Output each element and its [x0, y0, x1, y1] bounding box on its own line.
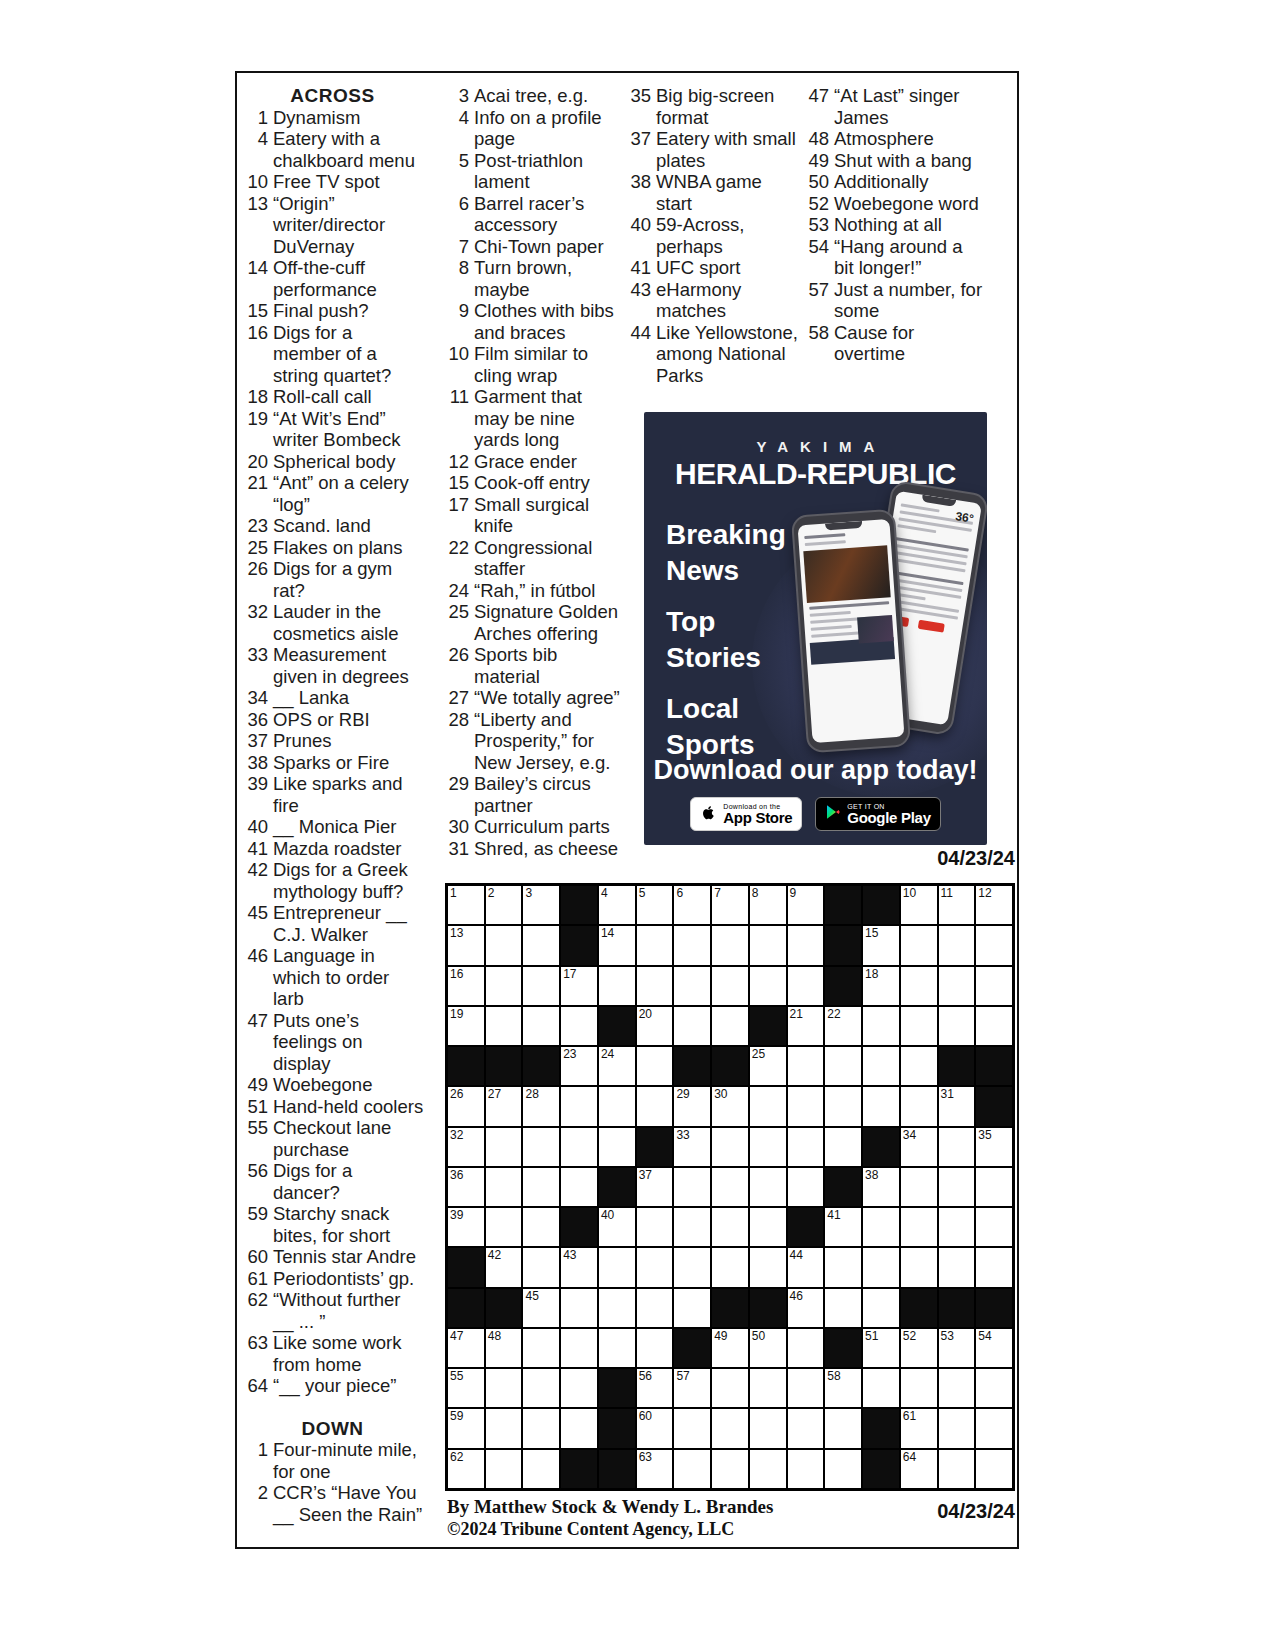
clue-number: 54 — [802, 236, 834, 279]
clue-number: 15 — [241, 300, 273, 322]
grid-cell-r2c5[interactable]: 14 — [599, 926, 635, 964]
grid-cell-r9c8[interactable] — [712, 1208, 748, 1246]
grid-cell-r14c2[interactable] — [486, 1409, 522, 1447]
grid-cell-r15c14[interactable] — [939, 1450, 975, 1488]
grid-cell-r10c5[interactable] — [599, 1248, 635, 1286]
grid-cell-r11c11[interactable] — [825, 1289, 861, 1327]
grid-cell-r14c15[interactable] — [976, 1409, 1012, 1447]
store-badges: Download on the App Store GET IT ON — [644, 797, 987, 831]
clue-down-47: 47“At Last” singer James — [802, 85, 985, 128]
grid-cell-r8c6[interactable]: 37 — [637, 1168, 673, 1206]
grid-cell-r13c11[interactable]: 58 — [825, 1369, 861, 1407]
grid-cell-r6c4[interactable] — [561, 1087, 597, 1125]
grid-cell-r4c15[interactable] — [976, 1007, 1012, 1045]
grid-cell-r9c3[interactable] — [523, 1208, 559, 1246]
grid-cell-r14c1[interactable]: 59 — [448, 1409, 484, 1447]
app-promo-ad[interactable]: YAKIMA HERALD-REPUBLIC 36° — [644, 412, 987, 845]
clue-text: Eatery with small plates — [656, 128, 802, 171]
grid-cell-r3c2[interactable] — [486, 967, 522, 1005]
grid-cell-r3c3[interactable] — [523, 967, 559, 1005]
grid-cell-r9c11[interactable]: 41 — [825, 1208, 861, 1246]
grid-cell-r4c5-black — [599, 1007, 635, 1045]
clue-number: 47 — [802, 85, 834, 128]
cell-number-52: 52 — [903, 1330, 916, 1343]
grid-cell-r15c3[interactable] — [523, 1450, 559, 1488]
grid-cell-r4c1[interactable]: 19 — [448, 1007, 484, 1045]
clue-number: 10 — [442, 343, 474, 386]
clue-number: 64 — [241, 1375, 273, 1397]
clue-across-16: 16Digs for a member of a string quartet? — [241, 322, 424, 387]
grid-cell-r1c15[interactable]: 12 — [976, 886, 1012, 924]
grid-cell-r7c1[interactable]: 32 — [448, 1128, 484, 1166]
grid-cell-r3c4[interactable]: 17 — [561, 967, 597, 1005]
grid-cell-r14c10[interactable] — [788, 1409, 824, 1447]
grid-cell-r6c2[interactable]: 27 — [486, 1087, 522, 1125]
grid-cell-r14c9[interactable] — [750, 1409, 786, 1447]
grid-cell-r11c3[interactable]: 45 — [523, 1289, 559, 1327]
google-play-badge[interactable]: GET IT ON Google Play — [815, 797, 940, 831]
grid-cell-r8c1[interactable]: 36 — [448, 1168, 484, 1206]
clue-across-37: 37Prunes — [241, 730, 424, 752]
grid-cell-r9c1[interactable]: 39 — [448, 1208, 484, 1246]
cell-number-27: 27 — [488, 1088, 501, 1101]
grid-cell-r2c2[interactable] — [486, 926, 522, 964]
grid-cell-r8c14[interactable] — [939, 1168, 975, 1206]
clue-text: Woebegone word — [834, 193, 985, 215]
grid-cell-r6c9[interactable] — [750, 1087, 786, 1125]
grid-cell-r1c2[interactable]: 2 — [486, 886, 522, 924]
grid-cell-r6c1[interactable]: 26 — [448, 1087, 484, 1125]
clue-number: 49 — [802, 150, 834, 172]
grid-cell-r9c13[interactable] — [901, 1208, 937, 1246]
grid-cell-r5c12[interactable] — [863, 1047, 899, 1085]
grid-cell-r7c7[interactable]: 33 — [674, 1128, 710, 1166]
grid-cell-r11c6[interactable] — [637, 1289, 673, 1327]
clue-text: Small surgical knife — [474, 494, 622, 537]
grid-cell-r9c12[interactable] — [863, 1208, 899, 1246]
grid-cell-r3c9[interactable] — [750, 967, 786, 1005]
clue-number: 50 — [802, 171, 834, 193]
grid-cell-r8c13[interactable] — [901, 1168, 937, 1206]
cell-number-21: 21 — [790, 1008, 803, 1021]
clue-across-59: 59Starchy snack bites, for short — [241, 1203, 424, 1246]
clue-column-2: 3Acai tree, e.g.4Info on a profile page5… — [442, 85, 622, 859]
grid-cell-r8c10[interactable] — [788, 1168, 824, 1206]
grid-cell-r10c9[interactable] — [750, 1248, 786, 1286]
grid-cell-r1c1[interactable]: 1 — [448, 886, 484, 924]
cell-number-3: 3 — [525, 887, 532, 900]
clue-across-26: 26Digs for a gym rat? — [241, 558, 424, 601]
clue-text: Congressional staffer — [474, 537, 622, 580]
grid-cell-r6c11[interactable] — [825, 1087, 861, 1125]
clue-number: 18 — [241, 386, 273, 408]
date-bottom: 04/23/24 — [815, 1500, 1015, 1523]
news-thumb-block — [857, 615, 894, 643]
grid-cell-r4c6[interactable]: 20 — [637, 1007, 673, 1045]
grid-cell-r7c4[interactable] — [561, 1128, 597, 1166]
clue-text: Roll-call call — [273, 386, 424, 408]
grid-cell-r15c10[interactable] — [788, 1450, 824, 1488]
clue-down-11: 11Garment that may be nine yards long — [442, 386, 622, 451]
grid-cell-r10c10[interactable]: 44 — [788, 1248, 824, 1286]
grid-cell-r8c9[interactable] — [750, 1168, 786, 1206]
clue-number: 16 — [241, 322, 273, 387]
grid-cell-r10c7[interactable] — [674, 1248, 710, 1286]
clue-text: Bailey’s circus partner — [474, 773, 622, 816]
grid-cell-r14c14[interactable] — [939, 1409, 975, 1447]
cell-number-60: 60 — [639, 1410, 652, 1423]
clue-text: Starchy snack bites, for short — [273, 1203, 424, 1246]
grid-cell-r13c4[interactable] — [561, 1369, 597, 1407]
clue-across-60: 60Tennis star Andre — [241, 1246, 424, 1268]
clue-text: Digs for a dancer? — [273, 1160, 424, 1203]
grid-cell-r1c8[interactable]: 7 — [712, 886, 748, 924]
grid-cell-r8c7[interactable] — [674, 1168, 710, 1206]
grid-cell-r15c2[interactable] — [486, 1450, 522, 1488]
clue-text: Turn brown, maybe — [474, 257, 622, 300]
phone-red-button — [918, 620, 945, 633]
grid-cell-r5c11[interactable] — [825, 1047, 861, 1085]
grid-cell-r9c6[interactable] — [637, 1208, 673, 1246]
clue-number: 25 — [442, 601, 474, 644]
grid-cell-r7c2[interactable] — [486, 1128, 522, 1166]
grid-cell-r10c1-black — [448, 1248, 484, 1286]
grid-cell-r7c11[interactable] — [825, 1128, 861, 1166]
grid-cell-r15c12-black — [863, 1450, 899, 1488]
grid-cell-r12c10[interactable] — [788, 1329, 824, 1367]
grid-cell-r13c1[interactable]: 55 — [448, 1369, 484, 1407]
grid-cell-r2c7[interactable] — [674, 926, 710, 964]
clue-across-63: 63Like some work from home — [241, 1332, 424, 1375]
grid-cell-r6c10[interactable] — [788, 1087, 824, 1125]
clue-number: 61 — [241, 1268, 273, 1290]
grid-cell-r10c12[interactable] — [863, 1248, 899, 1286]
grid-cell-r10c14[interactable] — [939, 1248, 975, 1286]
grid-cell-r13c7[interactable]: 57 — [674, 1369, 710, 1407]
cell-number-31: 31 — [941, 1088, 954, 1101]
clue-text: eHarmony matches — [656, 279, 802, 322]
grid-cell-r5c6[interactable] — [637, 1047, 673, 1085]
grid-cell-r8c8[interactable] — [712, 1168, 748, 1206]
grid-cell-r12c9[interactable]: 50 — [750, 1329, 786, 1367]
cell-number-55: 55 — [450, 1370, 463, 1383]
grid-cell-r11c4[interactable] — [561, 1289, 597, 1327]
grid-cell-r7c3[interactable] — [523, 1128, 559, 1166]
cell-number-22: 22 — [827, 1008, 840, 1021]
grid-cell-r6c7[interactable]: 29 — [674, 1087, 710, 1125]
grid-cell-r12c2[interactable]: 48 — [486, 1329, 522, 1367]
grid-cell-r2c12[interactable]: 15 — [863, 926, 899, 964]
clue-number: 29 — [442, 773, 474, 816]
grid-cell-r2c10[interactable] — [788, 926, 824, 964]
cell-number-8: 8 — [752, 887, 759, 900]
clue-across-36: 36OPS or RBI — [241, 709, 424, 731]
clue-across-33: 33Measurement given in degrees — [241, 644, 424, 687]
grid-cell-r10c8[interactable] — [712, 1248, 748, 1286]
clue-text: Like Yellowstone, among National Parks — [656, 322, 802, 387]
grid-cell-r12c6[interactable] — [637, 1329, 673, 1367]
grid-cell-r12c13[interactable]: 52 — [901, 1329, 937, 1367]
cell-number-34: 34 — [903, 1129, 916, 1142]
cell-number-49: 49 — [714, 1330, 727, 1343]
grid-cell-r2c13[interactable] — [901, 926, 937, 964]
clue-down-2: 2CCR’s “Have You __ Seen the Rain” — [241, 1482, 424, 1525]
grid-cell-r12c5[interactable] — [599, 1329, 635, 1367]
play-icon — [825, 804, 841, 824]
grid-cell-r1c3[interactable]: 3 — [523, 886, 559, 924]
grid-cell-r2c15[interactable] — [976, 926, 1012, 964]
ad-feature-list: Breaking News Top Stories Local Sports — [666, 517, 801, 778]
clue-text: Sports bib material — [474, 644, 622, 687]
clue-down-40: 4059-Across, perhaps — [624, 214, 802, 257]
grid-cell-r11c10[interactable]: 46 — [788, 1289, 824, 1327]
clue-number: 15 — [442, 472, 474, 494]
grid-cell-r15c6[interactable]: 63 — [637, 1450, 673, 1488]
grid-cell-r6c8[interactable]: 30 — [712, 1087, 748, 1125]
grid-cell-r14c8[interactable] — [712, 1409, 748, 1447]
grid-cell-r3c10[interactable] — [788, 967, 824, 1005]
grid-cell-r12c12[interactable]: 51 — [863, 1329, 899, 1367]
grid-cell-r2c1[interactable]: 13 — [448, 926, 484, 964]
cell-number-13: 13 — [450, 927, 463, 940]
grid-cell-r12c1[interactable]: 47 — [448, 1329, 484, 1367]
grid-cell-r3c15[interactable] — [976, 967, 1012, 1005]
grid-cell-r15c8[interactable] — [712, 1450, 748, 1488]
grid-cell-r11c12[interactable] — [863, 1289, 899, 1327]
grid-cell-r15c1[interactable]: 62 — [448, 1450, 484, 1488]
grid-cell-r12c4[interactable] — [561, 1329, 597, 1367]
grid-cell-r15c9[interactable] — [750, 1450, 786, 1488]
grid-cell-r9c5[interactable]: 40 — [599, 1208, 635, 1246]
clue-text: Sparks or Fire — [273, 752, 424, 774]
grid-cell-r4c2[interactable] — [486, 1007, 522, 1045]
grid-cell-r8c2[interactable] — [486, 1168, 522, 1206]
cell-number-10: 10 — [903, 887, 916, 900]
clue-column-4: 47“At Last” singer James48Atmosphere49Sh… — [802, 85, 985, 365]
grid-cell-r1c6[interactable]: 5 — [637, 886, 673, 924]
grid-cell-r10c4[interactable]: 43 — [561, 1248, 597, 1286]
clue-number: 5 — [442, 150, 474, 193]
grid-cell-r3c14[interactable] — [939, 967, 975, 1005]
grid-cell-r13c8[interactable] — [712, 1369, 748, 1407]
clue-text: “__ your piece” — [273, 1375, 424, 1397]
constructor-byline: By Matthew Stock & Wendy L. Brandes — [447, 1496, 773, 1518]
clue-text: Eatery with a chalkboard menu — [273, 128, 424, 171]
grid-cell-r1c7[interactable]: 6 — [674, 886, 710, 924]
grid-cell-r12c3[interactable] — [523, 1329, 559, 1367]
clue-number: 57 — [802, 279, 834, 322]
grid-cell-r13c13[interactable] — [901, 1369, 937, 1407]
cell-number-40: 40 — [601, 1209, 614, 1222]
app-store-badge[interactable]: Download on the App Store — [690, 797, 802, 831]
cell-number-37: 37 — [639, 1169, 652, 1182]
grid-cell-r2c3[interactable] — [523, 926, 559, 964]
grid-cell-r13c6[interactable]: 56 — [637, 1369, 673, 1407]
grid-cell-r8c15[interactable] — [976, 1168, 1012, 1206]
grid-cell-r14c4[interactable] — [561, 1409, 597, 1447]
grid-cell-r13c14[interactable] — [939, 1369, 975, 1407]
grid-cell-r15c15[interactable] — [976, 1450, 1012, 1488]
grid-cell-r7c14[interactable] — [939, 1128, 975, 1166]
grid-cell-r10c11[interactable] — [825, 1248, 861, 1286]
clue-text: “At Wit’s End” writer Bombeck — [273, 408, 424, 451]
phone-mockup-news — [793, 511, 909, 751]
grid-cell-r13c3[interactable] — [523, 1369, 559, 1407]
grid-cell-r3c13[interactable] — [901, 967, 937, 1005]
grid-cell-r2c9[interactable] — [750, 926, 786, 964]
grid-cell-r5c4[interactable]: 23 — [561, 1047, 597, 1085]
grid-cell-r3c5[interactable] — [599, 967, 635, 1005]
clue-text: Like sparks and fire — [273, 773, 424, 816]
clue-down-25: 25Signature Golden Arches offering — [442, 601, 622, 644]
clue-text: Just a number, for some — [834, 279, 985, 322]
grid-cell-r3c1[interactable]: 16 — [448, 967, 484, 1005]
grid-cell-r4c12[interactable] — [863, 1007, 899, 1045]
grid-cell-r6c14[interactable]: 31 — [939, 1087, 975, 1125]
clue-text: WNBA game start — [656, 171, 802, 214]
grid-cell-r13c12[interactable] — [863, 1369, 899, 1407]
grid-cell-r10c15[interactable] — [976, 1248, 1012, 1286]
grid-cell-r6c6[interactable] — [637, 1087, 673, 1125]
grid-cell-r3c6[interactable] — [637, 967, 673, 1005]
grid-cell-r6c13[interactable] — [901, 1087, 937, 1125]
grid-cell-r1c13[interactable]: 10 — [901, 886, 937, 924]
cell-number-45: 45 — [525, 1290, 538, 1303]
grid-cell-r3c8[interactable] — [712, 967, 748, 1005]
grid-cell-r1c10[interactable]: 9 — [788, 886, 824, 924]
ad-kicker: YAKIMA — [644, 438, 987, 455]
cell-number-24: 24 — [601, 1048, 614, 1061]
grid-cell-r2c8[interactable] — [712, 926, 748, 964]
grid-cell-r5c5[interactable]: 24 — [599, 1047, 635, 1085]
grid-cell-r5c15-black — [976, 1047, 1012, 1085]
cell-number-32: 32 — [450, 1129, 463, 1142]
cell-number-43: 43 — [563, 1249, 576, 1262]
clue-text: Signature Golden Arches offering — [474, 601, 622, 644]
grid-cell-r7c9[interactable] — [750, 1128, 786, 1166]
clue-down-10: 10Film similar to cling wrap — [442, 343, 622, 386]
grid-cell-r1c12-black — [863, 886, 899, 924]
grid-cell-r5c10[interactable] — [788, 1047, 824, 1085]
grid-cell-r1c14[interactable]: 11 — [939, 886, 975, 924]
grid-cell-r1c9[interactable]: 8 — [750, 886, 786, 924]
grid-cell-r9c7[interactable] — [674, 1208, 710, 1246]
grid-cell-r4c11[interactable]: 22 — [825, 1007, 861, 1045]
grid-cell-r3c12[interactable]: 18 — [863, 967, 899, 1005]
grid-cell-r2c6[interactable] — [637, 926, 673, 964]
clue-text: Barrel racer’s accessory — [474, 193, 622, 236]
grid-cell-r6c3[interactable]: 28 — [523, 1087, 559, 1125]
grid-cell-r10c13[interactable] — [901, 1248, 937, 1286]
grid-cell-r4c13[interactable] — [901, 1007, 937, 1045]
cell-number-30: 30 — [714, 1088, 727, 1101]
grid-cell-r12c14[interactable]: 53 — [939, 1329, 975, 1367]
grid-cell-r6c5[interactable] — [599, 1087, 635, 1125]
cell-number-50: 50 — [752, 1330, 765, 1343]
clue-down-26: 26Sports bib material — [442, 644, 622, 687]
grid-cell-r6c12[interactable] — [863, 1087, 899, 1125]
grid-cell-r9c2[interactable] — [486, 1208, 522, 1246]
clue-across-38: 38Sparks or Fire — [241, 752, 424, 774]
grid-cell-r14c7[interactable] — [674, 1409, 710, 1447]
grid-cell-r4c3[interactable] — [523, 1007, 559, 1045]
grid-cell-r7c5[interactable] — [599, 1128, 635, 1166]
grid-cell-r8c3[interactable] — [523, 1168, 559, 1206]
clue-text: Big big-screen format — [656, 85, 802, 128]
grid-cell-r14c6[interactable]: 60 — [637, 1409, 673, 1447]
grid-cell-r8c4[interactable] — [561, 1168, 597, 1206]
clue-down-9: 9Clothes with bibs and braces — [442, 300, 622, 343]
clue-text: Grace ender — [474, 451, 622, 473]
grid-cell-r7c8[interactable] — [712, 1128, 748, 1166]
grid-cell-r7c10[interactable] — [788, 1128, 824, 1166]
clue-down-52: 52Woebegone word — [802, 193, 985, 215]
grid-cell-r4c8[interactable] — [712, 1007, 748, 1045]
grid-cell-r10c3[interactable] — [523, 1248, 559, 1286]
grid-cell-r4c9-black — [750, 1007, 786, 1045]
grid-cell-r2c14[interactable] — [939, 926, 975, 964]
clue-down-28: 28“Liberty and Prosperity,” for New Jers… — [442, 709, 622, 774]
cell-number-2: 2 — [488, 887, 495, 900]
cell-number-15: 15 — [865, 927, 878, 940]
grid-cell-r13c9[interactable] — [750, 1369, 786, 1407]
grid-cell-r13c2[interactable] — [486, 1369, 522, 1407]
grid-cell-r4c7[interactable] — [674, 1007, 710, 1045]
grid-cell-r7c13[interactable]: 34 — [901, 1128, 937, 1166]
clue-text: Cook-off entry — [474, 472, 622, 494]
clue-text: Shred, as cheese — [474, 838, 622, 860]
grid-cell-r7c15[interactable]: 35 — [976, 1128, 1012, 1166]
grid-cell-r4c14[interactable] — [939, 1007, 975, 1045]
grid-cell-r8c12[interactable]: 38 — [863, 1168, 899, 1206]
clue-text: Shut with a bang — [834, 150, 985, 172]
grid-cell-r11c7[interactable] — [674, 1289, 710, 1327]
grid-cell-r15c13[interactable]: 64 — [901, 1450, 937, 1488]
grid-cell-r10c6[interactable] — [637, 1248, 673, 1286]
grid-cell-r14c3[interactable] — [523, 1409, 559, 1447]
grid-cell-r13c10[interactable] — [788, 1369, 824, 1407]
grid-cell-r5c13[interactable] — [901, 1047, 937, 1085]
cell-number-29: 29 — [676, 1088, 689, 1101]
grid-cell-r15c11[interactable] — [825, 1450, 861, 1488]
grid-cell-r12c15[interactable]: 54 — [976, 1329, 1012, 1367]
grid-cell-r10c2[interactable]: 42 — [486, 1248, 522, 1286]
grid-cell-r1c5[interactable]: 4 — [599, 886, 635, 924]
grid-cell-r4c4[interactable] — [561, 1007, 597, 1045]
clue-across-55: 55Checkout lane purchase — [241, 1117, 424, 1160]
clue-across-23: 23Scand. land — [241, 515, 424, 537]
clue-across-49: 49Woebegone — [241, 1074, 424, 1096]
grid-cell-r11c5[interactable] — [599, 1289, 635, 1327]
grid-cell-r4c10[interactable]: 21 — [788, 1007, 824, 1045]
grid-cell-r5c9[interactable]: 25 — [750, 1047, 786, 1085]
grid-cell-r14c13[interactable]: 61 — [901, 1409, 937, 1447]
grid-cell-r14c11[interactable] — [825, 1409, 861, 1447]
grid-cell-r3c7[interactable] — [674, 967, 710, 1005]
clue-column-3: 35Big big-screen format37Eatery with sma… — [624, 85, 802, 386]
grid-cell-r13c5-black — [599, 1369, 635, 1407]
grid-cell-r1c4-black — [561, 886, 597, 924]
grid-cell-r9c14[interactable] — [939, 1208, 975, 1246]
grid-cell-r12c8[interactable]: 49 — [712, 1329, 748, 1367]
grid-cell-r13c15[interactable] — [976, 1369, 1012, 1407]
grid-cell-r9c15[interactable] — [976, 1208, 1012, 1246]
grid-cell-r5c14-black — [939, 1047, 975, 1085]
grid-cell-r15c7[interactable] — [674, 1450, 710, 1488]
clue-number: 23 — [241, 515, 273, 537]
clue-across-13: 13“Origin” writer/director DuVernay — [241, 193, 424, 258]
grid-cell-r9c9[interactable] — [750, 1208, 786, 1246]
